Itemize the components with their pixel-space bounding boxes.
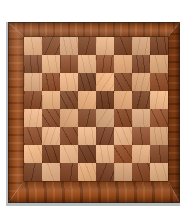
square-b8[interactable] (42, 37, 60, 55)
square-h2[interactable] (150, 145, 168, 163)
square-c5[interactable] (60, 91, 78, 109)
square-h7[interactable] (150, 55, 168, 73)
square-a5[interactable] (24, 91, 42, 109)
board-frame-top (8, 22, 180, 37)
square-g1[interactable] (132, 163, 150, 181)
square-g8[interactable] (132, 37, 150, 55)
square-d8[interactable] (78, 37, 96, 55)
square-e2[interactable] (96, 145, 114, 163)
square-e1[interactable] (96, 163, 114, 181)
square-e3[interactable] (96, 127, 114, 145)
square-d7[interactable] (78, 55, 96, 73)
square-f7[interactable] (114, 55, 132, 73)
square-e8[interactable] (96, 37, 114, 55)
square-f1[interactable] (114, 163, 132, 181)
square-e7[interactable] (96, 55, 114, 73)
square-b3[interactable] (42, 127, 60, 145)
square-c8[interactable] (60, 37, 78, 55)
square-h4[interactable] (150, 109, 168, 127)
square-c2[interactable] (60, 145, 78, 163)
square-b7[interactable] (42, 55, 60, 73)
square-e5[interactable] (96, 91, 114, 109)
square-d3[interactable] (78, 127, 96, 145)
board-frame-right (168, 22, 180, 203)
square-c3[interactable] (60, 127, 78, 145)
square-h5[interactable] (150, 91, 168, 109)
square-g4[interactable] (132, 109, 150, 127)
square-f5[interactable] (114, 91, 132, 109)
square-d2[interactable] (78, 145, 96, 163)
board-frame-left (8, 22, 24, 203)
square-h6[interactable] (150, 73, 168, 91)
square-a4[interactable] (24, 109, 42, 127)
square-h1[interactable] (150, 163, 168, 181)
square-c1[interactable] (60, 163, 78, 181)
square-h3[interactable] (150, 127, 168, 145)
square-a1[interactable] (24, 163, 42, 181)
square-d4[interactable] (78, 109, 96, 127)
square-d5[interactable] (78, 91, 96, 109)
square-g6[interactable] (132, 73, 150, 91)
square-c7[interactable] (60, 55, 78, 73)
board-frame-bottom (8, 181, 180, 203)
square-b2[interactable] (42, 145, 60, 163)
square-a3[interactable] (24, 127, 42, 145)
square-f4[interactable] (114, 109, 132, 127)
square-b4[interactable] (42, 109, 60, 127)
square-d6[interactable] (78, 73, 96, 91)
square-b5[interactable] (42, 91, 60, 109)
square-b1[interactable] (42, 163, 60, 181)
square-e4[interactable] (96, 109, 114, 127)
square-f3[interactable] (114, 127, 132, 145)
board-grid (24, 37, 168, 181)
square-g7[interactable] (132, 55, 150, 73)
square-a2[interactable] (24, 145, 42, 163)
square-a7[interactable] (24, 55, 42, 73)
square-f6[interactable] (114, 73, 132, 91)
square-a6[interactable] (24, 73, 42, 91)
square-f2[interactable] (114, 145, 132, 163)
square-b6[interactable] (42, 73, 60, 91)
page-background (0, 0, 196, 220)
square-e6[interactable] (96, 73, 114, 91)
chess-board (6, 22, 180, 206)
square-g2[interactable] (132, 145, 150, 163)
square-g5[interactable] (132, 91, 150, 109)
square-c6[interactable] (60, 73, 78, 91)
square-a8[interactable] (24, 37, 42, 55)
square-d1[interactable] (78, 163, 96, 181)
square-g3[interactable] (132, 127, 150, 145)
square-f8[interactable] (114, 37, 132, 55)
square-c4[interactable] (60, 109, 78, 127)
square-h8[interactable] (150, 37, 168, 55)
